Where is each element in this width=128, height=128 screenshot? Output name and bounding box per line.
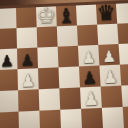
black-pawn-d3[interactable]: ♟	[64, 127, 80, 128]
square-b6[interactable]: ♟	[17, 48, 38, 70]
photo-scene: ♚♝♛♟♟♟♟♟♟♟♟♟	[0, 0, 128, 128]
square-a4[interactable]	[0, 90, 19, 112]
square-e6[interactable]: ♟	[78, 45, 99, 67]
white-king-c8[interactable]: ♚	[37, 5, 57, 27]
square-b7[interactable]	[16, 27, 37, 48]
square-c6[interactable]	[37, 47, 58, 69]
square-g6[interactable]	[119, 43, 128, 65]
square-f3[interactable]	[102, 107, 124, 128]
square-b4[interactable]	[18, 89, 39, 111]
square-g3[interactable]	[123, 106, 128, 128]
square-c7[interactable]	[37, 26, 58, 47]
black-pawn-a6[interactable]: ♟	[0, 54, 14, 70]
square-e8[interactable]	[76, 5, 97, 26]
square-f5[interactable]: ♟	[99, 65, 121, 87]
square-a8[interactable]	[0, 8, 16, 29]
square-a7[interactable]	[0, 28, 17, 49]
square-g4[interactable]	[121, 85, 128, 107]
square-a6[interactable]: ♟	[0, 48, 17, 70]
square-d8[interactable]: ♝	[56, 5, 77, 26]
square-d5[interactable]	[58, 66, 80, 88]
square-d6[interactable]	[58, 46, 79, 68]
square-f4[interactable]	[101, 86, 123, 108]
square-e7[interactable]	[77, 25, 98, 46]
square-g7[interactable]	[117, 23, 128, 44]
square-f7[interactable]	[97, 24, 118, 45]
square-e3[interactable]	[81, 108, 103, 128]
square-c4[interactable]	[39, 88, 61, 110]
square-d7[interactable]	[57, 25, 78, 46]
black-bishop-d8[interactable]: ♝	[57, 6, 76, 27]
white-pawn-e6[interactable]: ♟	[82, 50, 97, 66]
square-e4[interactable]: ♟	[80, 87, 102, 109]
square-f8[interactable]: ♛	[96, 4, 117, 25]
white-pawn-f6[interactable]: ♟	[102, 49, 117, 65]
square-b5[interactable]: ♟	[17, 68, 38, 90]
square-c3[interactable]	[39, 110, 61, 128]
white-pawn-e4[interactable]: ♟	[83, 90, 100, 109]
square-g8[interactable]	[116, 3, 128, 24]
square-a5[interactable]	[0, 69, 18, 91]
square-b3[interactable]	[19, 111, 41, 128]
chess-board[interactable]: ♚♝♛♟♟♟♟♟♟♟♟♟	[0, 2, 128, 128]
white-pawn-b5[interactable]: ♟	[20, 73, 35, 91]
square-d4[interactable]	[59, 87, 81, 109]
black-pawn-e5[interactable]: ♟	[82, 70, 98, 87]
board-perspective-wrap: ♚♝♛♟♟♟♟♟♟♟♟♟	[0, 2, 128, 128]
black-queen-f8[interactable]: ♛	[96, 3, 116, 25]
square-f6[interactable]: ♟	[98, 44, 120, 66]
square-a3[interactable]	[0, 112, 19, 128]
square-c8[interactable]: ♚	[36, 6, 57, 27]
square-c5[interactable]	[38, 67, 59, 89]
black-pawn-b6[interactable]: ♟	[20, 53, 34, 69]
square-d3[interactable]: ♟	[60, 109, 82, 128]
square-b8[interactable]	[16, 7, 37, 28]
square-e5[interactable]: ♟	[79, 66, 101, 88]
square-g5[interactable]	[120, 64, 128, 86]
white-pawn-f5[interactable]: ♟	[103, 69, 119, 86]
